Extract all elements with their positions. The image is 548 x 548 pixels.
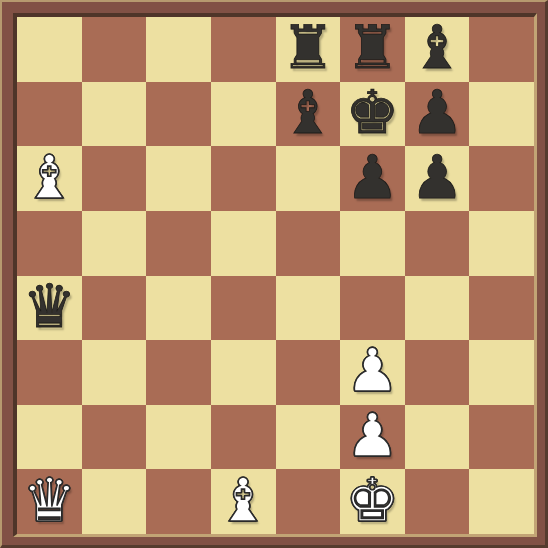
square-a3[interactable] xyxy=(17,340,82,405)
square-a8[interactable] xyxy=(17,17,82,82)
square-c8[interactable] xyxy=(146,17,211,82)
square-g2[interactable] xyxy=(405,405,470,470)
square-c1[interactable] xyxy=(146,469,211,534)
square-b8[interactable] xyxy=(82,17,147,82)
square-e1[interactable] xyxy=(276,469,341,534)
square-b7[interactable] xyxy=(82,82,147,147)
square-f7[interactable]: ♚ xyxy=(340,82,405,147)
chess-board: ♜♜♝♝♚♟♝♟♟♛♟♟♛♝♚ xyxy=(17,17,534,534)
chess-board-frame: ♜♜♝♝♚♟♝♟♟♛♟♟♛♝♚ xyxy=(0,0,548,548)
square-f4[interactable] xyxy=(340,276,405,341)
square-e4[interactable] xyxy=(276,276,341,341)
square-h2[interactable] xyxy=(469,405,534,470)
square-b3[interactable] xyxy=(82,340,147,405)
white-bishop-a6: ♝ xyxy=(22,147,76,207)
white-queen-a1: ♛ xyxy=(22,470,76,530)
square-a4[interactable]: ♛ xyxy=(17,276,82,341)
square-h5[interactable] xyxy=(469,211,534,276)
square-e7[interactable]: ♝ xyxy=(276,82,341,147)
square-f8[interactable]: ♜ xyxy=(340,17,405,82)
square-c3[interactable] xyxy=(146,340,211,405)
square-c4[interactable] xyxy=(146,276,211,341)
square-f3[interactable]: ♟ xyxy=(340,340,405,405)
square-d7[interactable] xyxy=(211,82,276,147)
black-pawn-g7: ♟ xyxy=(410,82,464,142)
black-bishop-e7: ♝ xyxy=(281,82,335,142)
square-g3[interactable] xyxy=(405,340,470,405)
square-f5[interactable] xyxy=(340,211,405,276)
square-d8[interactable] xyxy=(211,17,276,82)
square-g1[interactable] xyxy=(405,469,470,534)
square-b1[interactable] xyxy=(82,469,147,534)
square-d5[interactable] xyxy=(211,211,276,276)
black-bishop-g8: ♝ xyxy=(410,17,464,77)
black-queen-a4: ♛ xyxy=(22,276,76,336)
square-g8[interactable]: ♝ xyxy=(405,17,470,82)
square-c6[interactable] xyxy=(146,146,211,211)
square-h7[interactable] xyxy=(469,82,534,147)
square-a6[interactable]: ♝ xyxy=(17,146,82,211)
square-b5[interactable] xyxy=(82,211,147,276)
black-pawn-f6: ♟ xyxy=(346,147,400,207)
white-pawn-f3: ♟ xyxy=(346,340,400,400)
square-e3[interactable] xyxy=(276,340,341,405)
white-pawn-f2: ♟ xyxy=(346,405,400,465)
square-e2[interactable] xyxy=(276,405,341,470)
square-d1[interactable]: ♝ xyxy=(211,469,276,534)
square-f2[interactable]: ♟ xyxy=(340,405,405,470)
square-d3[interactable] xyxy=(211,340,276,405)
square-h3[interactable] xyxy=(469,340,534,405)
square-c2[interactable] xyxy=(146,405,211,470)
square-b2[interactable] xyxy=(82,405,147,470)
black-rook-f8: ♜ xyxy=(346,17,400,77)
square-h8[interactable] xyxy=(469,17,534,82)
black-king-f7: ♚ xyxy=(346,82,400,142)
square-g6[interactable]: ♟ xyxy=(405,146,470,211)
black-pawn-g6: ♟ xyxy=(410,147,464,207)
white-king-f1: ♚ xyxy=(346,470,400,530)
square-e5[interactable] xyxy=(276,211,341,276)
black-rook-e8: ♜ xyxy=(281,17,335,77)
chess-board-bevel: ♜♜♝♝♚♟♝♟♟♛♟♟♛♝♚ xyxy=(13,13,537,537)
square-a7[interactable] xyxy=(17,82,82,147)
square-e6[interactable] xyxy=(276,146,341,211)
square-d6[interactable] xyxy=(211,146,276,211)
square-f6[interactable]: ♟ xyxy=(340,146,405,211)
square-h6[interactable] xyxy=(469,146,534,211)
square-g4[interactable] xyxy=(405,276,470,341)
square-a5[interactable] xyxy=(17,211,82,276)
square-a1[interactable]: ♛ xyxy=(17,469,82,534)
square-h1[interactable] xyxy=(469,469,534,534)
square-g7[interactable]: ♟ xyxy=(405,82,470,147)
square-d4[interactable] xyxy=(211,276,276,341)
square-b6[interactable] xyxy=(82,146,147,211)
square-b4[interactable] xyxy=(82,276,147,341)
square-c5[interactable] xyxy=(146,211,211,276)
square-g5[interactable] xyxy=(405,211,470,276)
square-h4[interactable] xyxy=(469,276,534,341)
white-bishop-d1: ♝ xyxy=(216,470,270,530)
square-c7[interactable] xyxy=(146,82,211,147)
square-d2[interactable] xyxy=(211,405,276,470)
square-f1[interactable]: ♚ xyxy=(340,469,405,534)
square-e8[interactable]: ♜ xyxy=(276,17,341,82)
square-a2[interactable] xyxy=(17,405,82,470)
